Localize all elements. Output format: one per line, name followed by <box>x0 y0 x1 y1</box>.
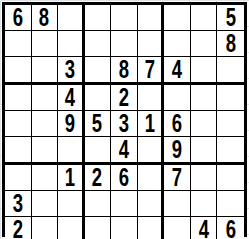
cell-r3c2[interactable] <box>32 57 59 85</box>
cell-r4c7[interactable] <box>164 85 191 111</box>
cell-r8c4[interactable] <box>85 191 112 217</box>
given-digit: 6 <box>13 5 23 30</box>
cell-r9c9[interactable]: 6 <box>217 217 244 239</box>
given-digit: 7 <box>144 57 154 82</box>
cell-r4c1[interactable] <box>5 85 32 111</box>
cell-r1c1[interactable]: 6 <box>5 5 32 31</box>
cell-r5c6[interactable]: 1 <box>138 111 165 137</box>
cell-r3c1[interactable] <box>5 57 32 85</box>
cell-r7c8[interactable] <box>191 165 218 191</box>
given-digit: 8 <box>226 31 236 56</box>
cell-r5c2[interactable] <box>32 111 59 137</box>
given-digit: 5 <box>226 5 236 30</box>
cell-r4c8[interactable] <box>191 85 218 111</box>
cell-r8c5[interactable] <box>111 191 138 217</box>
cell-r9c3[interactable] <box>58 217 85 239</box>
cell-r5c1[interactable] <box>5 111 32 137</box>
cell-r5c7[interactable]: 6 <box>164 111 191 137</box>
cell-r8c7[interactable] <box>164 191 191 217</box>
cell-r4c5[interactable]: 2 <box>111 85 138 111</box>
given-digit: 3 <box>119 111 129 136</box>
cell-r4c3[interactable]: 4 <box>58 85 85 111</box>
given-digit: 5 <box>92 111 102 136</box>
cell-r1c2[interactable]: 8 <box>32 5 59 31</box>
given-digit: 6 <box>119 165 129 190</box>
sudoku-screenshot: 6858387442953164912673246 <box>0 0 249 239</box>
cell-r7c3[interactable]: 1 <box>58 165 85 191</box>
given-digit: 7 <box>172 165 182 190</box>
cell-r5c8[interactable] <box>191 111 218 137</box>
cell-r1c3[interactable] <box>58 5 85 31</box>
cell-r9c6[interactable] <box>138 217 165 239</box>
cell-r3c5[interactable]: 8 <box>111 57 138 85</box>
cell-r1c7[interactable] <box>164 5 191 31</box>
cell-r7c1[interactable] <box>5 165 32 191</box>
cell-r1c6[interactable] <box>138 5 165 31</box>
cell-r7c6[interactable] <box>138 165 165 191</box>
cell-r9c1[interactable]: 2 <box>5 217 32 239</box>
given-digit: 4 <box>119 137 129 162</box>
given-digit: 2 <box>119 85 129 110</box>
cell-r1c5[interactable] <box>111 5 138 31</box>
cell-r8c6[interactable] <box>138 191 165 217</box>
cell-r7c5[interactable]: 6 <box>111 165 138 191</box>
cell-r1c9[interactable]: 5 <box>217 5 244 31</box>
cell-r3c9[interactable] <box>217 57 244 85</box>
cell-r2c1[interactable] <box>5 31 32 57</box>
cell-r6c1[interactable] <box>5 137 32 165</box>
cell-r6c3[interactable] <box>58 137 85 165</box>
given-digit: 2 <box>92 165 102 190</box>
given-digit: 4 <box>199 217 209 239</box>
cell-r5c3[interactable]: 9 <box>58 111 85 137</box>
cell-r3c6[interactable]: 7 <box>138 57 165 85</box>
cell-r2c6[interactable] <box>138 31 165 57</box>
cell-r7c2[interactable] <box>32 165 59 191</box>
given-digit: 1 <box>144 111 154 136</box>
cell-r5c5[interactable]: 3 <box>111 111 138 137</box>
cell-r6c9[interactable] <box>217 137 244 165</box>
cell-r1c8[interactable] <box>191 5 218 31</box>
cell-r8c1[interactable]: 3 <box>5 191 32 217</box>
cell-r4c2[interactable] <box>32 85 59 111</box>
cell-r6c5[interactable]: 4 <box>111 137 138 165</box>
cell-r7c7[interactable]: 7 <box>164 165 191 191</box>
cell-r9c7[interactable] <box>164 217 191 239</box>
cell-r3c3[interactable]: 3 <box>58 57 85 85</box>
given-digit: 9 <box>172 137 182 162</box>
given-digit: 1 <box>65 165 75 190</box>
cell-r6c8[interactable] <box>191 137 218 165</box>
cell-r2c4[interactable] <box>85 31 112 57</box>
cell-r5c9[interactable] <box>217 111 244 137</box>
cell-r4c4[interactable] <box>85 85 112 111</box>
cell-r6c7[interactable]: 9 <box>164 137 191 165</box>
cell-r4c6[interactable] <box>138 85 165 111</box>
cell-r8c3[interactable] <box>58 191 85 217</box>
cell-r6c4[interactable] <box>85 137 112 165</box>
given-digit: 2 <box>13 217 23 239</box>
cell-r7c4[interactable]: 2 <box>85 165 112 191</box>
given-digit: 9 <box>65 111 75 136</box>
cell-r3c4[interactable] <box>85 57 112 85</box>
cell-r6c6[interactable] <box>138 137 165 165</box>
cell-r9c5[interactable] <box>111 217 138 239</box>
cell-r4c9[interactable] <box>217 85 244 111</box>
given-digit: 3 <box>13 191 23 216</box>
cell-r2c8[interactable] <box>191 31 218 57</box>
cell-r2c7[interactable] <box>164 31 191 57</box>
given-digit: 6 <box>226 217 236 239</box>
sudoku-board: 6858387442953164912673246 <box>2 2 247 237</box>
cell-r2c9[interactable]: 8 <box>217 31 244 57</box>
given-digit: 8 <box>119 57 129 82</box>
given-digit: 3 <box>65 57 75 82</box>
cell-r8c2[interactable] <box>32 191 59 217</box>
cell-r9c2[interactable] <box>32 217 59 239</box>
cell-r8c8[interactable] <box>191 191 218 217</box>
cell-r1c4[interactable] <box>85 5 112 31</box>
cell-r2c3[interactable] <box>58 31 85 57</box>
cell-r5c4[interactable]: 5 <box>85 111 112 137</box>
cell-r8c9[interactable] <box>217 191 244 217</box>
cell-r9c4[interactable] <box>85 217 112 239</box>
given-digit: 6 <box>172 111 182 136</box>
cell-r2c5[interactable] <box>111 31 138 57</box>
cell-r7c9[interactable] <box>217 165 244 191</box>
cell-r2c2[interactable] <box>32 31 59 57</box>
given-digit: 8 <box>39 5 49 30</box>
given-digit: 4 <box>172 57 182 82</box>
given-digit: 4 <box>65 85 75 110</box>
cell-r6c2[interactable] <box>32 137 59 165</box>
cell-r3c8[interactable] <box>191 57 218 85</box>
cell-r9c8[interactable]: 4 <box>191 217 218 239</box>
cell-r3c7[interactable]: 4 <box>164 57 191 85</box>
